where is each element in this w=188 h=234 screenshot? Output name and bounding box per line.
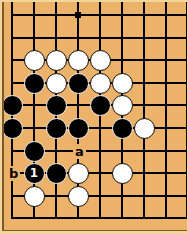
white-stone — [68, 163, 89, 184]
black-stone — [90, 95, 111, 116]
frame-light-right — [187, 0, 188, 234]
point-label-a: a — [73, 144, 86, 159]
board-bottom-edge-line — [11, 217, 186, 219]
black-stone: 1 — [24, 163, 45, 184]
white-stone — [68, 50, 89, 71]
grid-line-horizontal — [11, 14, 186, 16]
white-stone — [46, 73, 67, 94]
black-stone — [24, 73, 45, 94]
black-stone — [46, 95, 67, 116]
white-stone — [112, 73, 133, 94]
white-stone — [46, 50, 67, 71]
white-stone — [134, 118, 155, 139]
frame-dark-left — [2, 2, 4, 231]
black-stone — [46, 118, 67, 139]
diagram-frame: 1ab — [0, 0, 188, 234]
black-stone — [46, 163, 67, 184]
point-label-b: b — [7, 166, 20, 181]
white-stone — [24, 50, 45, 71]
white-stone — [112, 163, 133, 184]
black-stone — [2, 118, 23, 139]
black-stone — [68, 73, 89, 94]
black-stone — [24, 141, 45, 162]
grid-line-horizontal — [11, 37, 186, 39]
white-stone — [112, 95, 133, 116]
move-number-label: 1 — [30, 167, 38, 179]
go-board: 1ab — [0, 0, 188, 234]
white-stone — [24, 186, 45, 207]
white-stone — [68, 186, 89, 207]
white-stone — [90, 73, 111, 94]
grid-line-horizontal — [11, 127, 186, 129]
grid-line-vertical — [143, 2, 145, 219]
white-stone — [90, 50, 111, 71]
star-point-marker — [75, 12, 81, 18]
frame-light-bottom — [0, 231, 188, 234]
black-stone — [2, 95, 23, 116]
black-stone — [112, 118, 133, 139]
black-stone — [68, 118, 89, 139]
frame-dark-bottom — [2, 230, 187, 232]
frame-light-top — [0, 0, 188, 2]
grid-line-vertical — [165, 2, 167, 219]
